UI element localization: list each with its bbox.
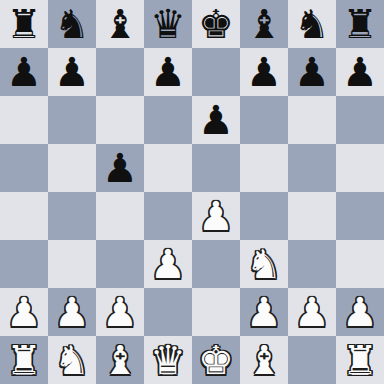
square-c6[interactable]	[96, 96, 144, 144]
square-a3[interactable]	[0, 240, 48, 288]
square-g2[interactable]: ♟	[288, 288, 336, 336]
square-f3[interactable]: ♞	[240, 240, 288, 288]
black-knight[interactable]: ♞	[294, 0, 330, 48]
black-queen[interactable]: ♛	[150, 0, 186, 48]
square-d7[interactable]: ♟	[144, 48, 192, 96]
square-d4[interactable]	[144, 192, 192, 240]
square-e2[interactable]	[192, 288, 240, 336]
black-pawn[interactable]: ♟	[150, 48, 186, 96]
square-g8[interactable]: ♞	[288, 0, 336, 48]
black-rook[interactable]: ♜	[342, 0, 378, 48]
black-pawn[interactable]: ♟	[102, 144, 138, 192]
square-e3[interactable]	[192, 240, 240, 288]
square-h6[interactable]	[336, 96, 384, 144]
white-queen[interactable]: ♛	[150, 336, 186, 384]
square-b4[interactable]	[48, 192, 96, 240]
white-bishop[interactable]: ♝	[246, 336, 282, 384]
square-h1[interactable]: ♜	[336, 336, 384, 384]
black-rook[interactable]: ♜	[6, 0, 42, 48]
square-f6[interactable]	[240, 96, 288, 144]
square-h3[interactable]	[336, 240, 384, 288]
white-pawn[interactable]: ♟	[198, 192, 234, 240]
black-pawn[interactable]: ♟	[342, 48, 378, 96]
square-f1[interactable]: ♝	[240, 336, 288, 384]
white-pawn[interactable]: ♟	[246, 288, 282, 336]
black-pawn[interactable]: ♟	[294, 48, 330, 96]
square-b2[interactable]: ♟	[48, 288, 96, 336]
square-a4[interactable]	[0, 192, 48, 240]
square-h4[interactable]	[336, 192, 384, 240]
square-f4[interactable]	[240, 192, 288, 240]
square-c1[interactable]: ♝	[96, 336, 144, 384]
white-pawn[interactable]: ♟	[150, 240, 186, 288]
square-c5[interactable]: ♟	[96, 144, 144, 192]
square-a6[interactable]	[0, 96, 48, 144]
black-knight[interactable]: ♞	[54, 0, 90, 48]
square-e5[interactable]	[192, 144, 240, 192]
square-g4[interactable]	[288, 192, 336, 240]
chess-board: ♜♞♝♛♚♝♞♜♟♟♟♟♟♟♟♟♟♟♞♟♟♟♟♟♟♜♞♝♛♚♝♜	[0, 0, 384, 384]
square-d1[interactable]: ♛	[144, 336, 192, 384]
white-pawn[interactable]: ♟	[294, 288, 330, 336]
square-b3[interactable]	[48, 240, 96, 288]
black-pawn[interactable]: ♟	[198, 96, 234, 144]
square-f5[interactable]	[240, 144, 288, 192]
square-e4[interactable]: ♟	[192, 192, 240, 240]
square-a5[interactable]	[0, 144, 48, 192]
black-pawn[interactable]: ♟	[54, 48, 90, 96]
square-e1[interactable]: ♚	[192, 336, 240, 384]
square-a7[interactable]: ♟	[0, 48, 48, 96]
square-h2[interactable]: ♟	[336, 288, 384, 336]
black-bishop[interactable]: ♝	[246, 0, 282, 48]
square-f8[interactable]: ♝	[240, 0, 288, 48]
square-c4[interactable]	[96, 192, 144, 240]
black-bishop[interactable]: ♝	[102, 0, 138, 48]
square-d6[interactable]	[144, 96, 192, 144]
white-knight[interactable]: ♞	[54, 336, 90, 384]
square-c8[interactable]: ♝	[96, 0, 144, 48]
square-d5[interactable]	[144, 144, 192, 192]
white-rook[interactable]: ♜	[6, 336, 42, 384]
square-c3[interactable]	[96, 240, 144, 288]
square-e7[interactable]	[192, 48, 240, 96]
square-d8[interactable]: ♛	[144, 0, 192, 48]
black-pawn[interactable]: ♟	[246, 48, 282, 96]
square-a1[interactable]: ♜	[0, 336, 48, 384]
white-pawn[interactable]: ♟	[102, 288, 138, 336]
white-knight[interactable]: ♞	[246, 240, 282, 288]
white-pawn[interactable]: ♟	[342, 288, 378, 336]
square-f7[interactable]: ♟	[240, 48, 288, 96]
square-f2[interactable]: ♟	[240, 288, 288, 336]
square-b1[interactable]: ♞	[48, 336, 96, 384]
white-pawn[interactable]: ♟	[6, 288, 42, 336]
square-h5[interactable]	[336, 144, 384, 192]
square-g1[interactable]	[288, 336, 336, 384]
black-pawn[interactable]: ♟	[6, 48, 42, 96]
black-king[interactable]: ♚	[198, 0, 234, 48]
square-c7[interactable]	[96, 48, 144, 96]
white-bishop[interactable]: ♝	[102, 336, 138, 384]
square-b7[interactable]: ♟	[48, 48, 96, 96]
square-g5[interactable]	[288, 144, 336, 192]
white-king[interactable]: ♚	[198, 336, 234, 384]
square-e6[interactable]: ♟	[192, 96, 240, 144]
square-g3[interactable]	[288, 240, 336, 288]
white-rook[interactable]: ♜	[342, 336, 378, 384]
white-pawn[interactable]: ♟	[54, 288, 90, 336]
square-h8[interactable]: ♜	[336, 0, 384, 48]
square-a2[interactable]: ♟	[0, 288, 48, 336]
square-c2[interactable]: ♟	[96, 288, 144, 336]
square-h7[interactable]: ♟	[336, 48, 384, 96]
square-g6[interactable]	[288, 96, 336, 144]
square-b5[interactable]	[48, 144, 96, 192]
square-d3[interactable]: ♟	[144, 240, 192, 288]
square-e8[interactable]: ♚	[192, 0, 240, 48]
square-d2[interactable]	[144, 288, 192, 336]
square-a8[interactable]: ♜	[0, 0, 48, 48]
square-b6[interactable]	[48, 96, 96, 144]
square-g7[interactable]: ♟	[288, 48, 336, 96]
square-b8[interactable]: ♞	[48, 0, 96, 48]
